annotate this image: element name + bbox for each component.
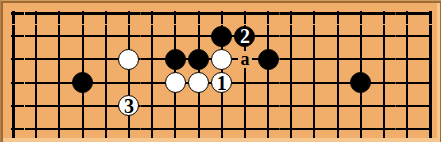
stone-move-number: 2 xyxy=(240,26,250,46)
board-point[interactable] xyxy=(303,117,326,138)
black-stone[interactable] xyxy=(188,49,209,70)
board-point[interactable] xyxy=(187,71,210,94)
board-point[interactable] xyxy=(3,71,25,94)
stone-move-number: 1 xyxy=(217,72,227,92)
board-point[interactable] xyxy=(3,94,25,117)
board-point[interactable] xyxy=(210,94,233,117)
board-point[interactable] xyxy=(3,48,25,71)
board-point[interactable] xyxy=(187,25,210,48)
board-point[interactable] xyxy=(187,117,210,138)
board-point[interactable] xyxy=(233,117,256,138)
board-point[interactable] xyxy=(25,71,48,94)
board-point[interactable] xyxy=(233,71,256,94)
board-point[interactable] xyxy=(48,94,71,117)
board-point[interactable] xyxy=(117,25,140,48)
board-point[interactable] xyxy=(303,48,326,71)
board-point[interactable] xyxy=(233,94,256,117)
board-point[interactable] xyxy=(141,71,164,94)
goban-frame-bevel: 2a13 xyxy=(3,3,440,142)
board-point[interactable] xyxy=(256,48,279,71)
black-stone[interactable] xyxy=(258,49,279,70)
board-point[interactable] xyxy=(210,25,233,48)
board-point[interactable] xyxy=(48,48,71,71)
board-point[interactable] xyxy=(419,25,437,48)
board-point[interactable] xyxy=(210,3,233,25)
board-point[interactable] xyxy=(419,3,437,25)
board-point[interactable] xyxy=(48,71,71,94)
board-point[interactable] xyxy=(372,3,395,25)
board-point[interactable] xyxy=(71,48,94,71)
board-point[interactable] xyxy=(94,94,117,117)
board-point[interactable] xyxy=(372,117,395,138)
board-point[interactable] xyxy=(164,3,187,25)
board-point[interactable] xyxy=(48,3,71,25)
board-point[interactable] xyxy=(71,25,94,48)
board-point[interactable]: 1 xyxy=(210,71,233,94)
board-point[interactable]: 2 xyxy=(233,25,256,48)
black-stone[interactable] xyxy=(350,72,371,93)
black-stone[interactable] xyxy=(165,49,186,70)
board-point[interactable]: a xyxy=(233,48,256,71)
board-point[interactable] xyxy=(141,48,164,71)
board-point[interactable] xyxy=(419,48,437,71)
board-point[interactable] xyxy=(233,3,256,25)
board-point[interactable] xyxy=(141,117,164,138)
board-point[interactable] xyxy=(396,71,419,94)
board-point[interactable] xyxy=(141,25,164,48)
board-point[interactable] xyxy=(303,3,326,25)
board-point[interactable] xyxy=(396,48,419,71)
board-point[interactable] xyxy=(25,3,48,25)
board-point[interactable] xyxy=(94,117,117,138)
board-point[interactable] xyxy=(349,3,372,25)
board-point[interactable] xyxy=(419,94,437,117)
board-point[interactable] xyxy=(141,94,164,117)
board-point[interactable] xyxy=(3,117,25,138)
board-point[interactable] xyxy=(94,25,117,48)
board-point[interactable] xyxy=(396,25,419,48)
board-point[interactable] xyxy=(372,25,395,48)
board-point[interactable] xyxy=(256,25,279,48)
board-point[interactable] xyxy=(25,48,48,71)
board-point[interactable] xyxy=(372,71,395,94)
board-point[interactable] xyxy=(326,3,349,25)
board-point[interactable] xyxy=(349,71,372,94)
board-point[interactable] xyxy=(3,25,25,48)
board-point[interactable] xyxy=(396,94,419,117)
board-point[interactable] xyxy=(71,94,94,117)
board-point[interactable] xyxy=(25,117,48,138)
board-point[interactable] xyxy=(94,48,117,71)
board-point[interactable] xyxy=(117,71,140,94)
board-point[interactable] xyxy=(326,117,349,138)
board-point[interactable] xyxy=(326,94,349,117)
board-point[interactable] xyxy=(303,71,326,94)
white-stone[interactable] xyxy=(165,72,186,93)
board-point[interactable] xyxy=(164,117,187,138)
board-point[interactable] xyxy=(303,25,326,48)
stone-move-number: 3 xyxy=(124,95,134,115)
goban-board: 2a13 xyxy=(3,3,437,138)
black-stone[interactable] xyxy=(72,72,93,93)
board-point[interactable] xyxy=(48,117,71,138)
board-point[interactable] xyxy=(326,25,349,48)
board-point[interactable] xyxy=(326,71,349,94)
board-point[interactable] xyxy=(349,94,372,117)
board-point[interactable] xyxy=(326,48,349,71)
board-point[interactable] xyxy=(396,117,419,138)
board-point[interactable] xyxy=(117,117,140,138)
board-point[interactable] xyxy=(280,71,303,94)
board-point[interactable]: 3 xyxy=(117,94,140,117)
board-point[interactable] xyxy=(303,94,326,117)
board-point[interactable] xyxy=(256,117,279,138)
board-point[interactable] xyxy=(3,3,25,25)
black-stone[interactable] xyxy=(211,26,232,47)
board-point[interactable] xyxy=(349,117,372,138)
board-point[interactable] xyxy=(71,3,94,25)
board-point[interactable] xyxy=(164,25,187,48)
board-point[interactable] xyxy=(256,3,279,25)
white-stone[interactable]: 1 xyxy=(211,72,232,93)
board-point[interactable] xyxy=(187,94,210,117)
board-point[interactable] xyxy=(187,48,210,71)
board-point[interactable] xyxy=(48,25,71,48)
board-point[interactable] xyxy=(164,48,187,71)
goban-grid: 2a13 xyxy=(3,3,437,138)
board-point[interactable] xyxy=(117,3,140,25)
board-point[interactable] xyxy=(187,3,210,25)
board-point[interactable] xyxy=(71,71,94,94)
board-point[interactable] xyxy=(210,117,233,138)
board-point[interactable] xyxy=(164,71,187,94)
board-point[interactable] xyxy=(349,48,372,71)
board-point[interactable] xyxy=(280,94,303,117)
goban-frame: 2a13 xyxy=(0,0,441,142)
point-label-a: a xyxy=(238,51,252,68)
board-point[interactable] xyxy=(419,117,437,138)
board-point[interactable] xyxy=(280,117,303,138)
board-point[interactable] xyxy=(419,71,437,94)
board-point[interactable] xyxy=(280,3,303,25)
board-point[interactable] xyxy=(117,48,140,71)
board-point[interactable] xyxy=(256,71,279,94)
board-point[interactable] xyxy=(25,94,48,117)
white-stone[interactable]: 3 xyxy=(118,95,139,116)
white-stone[interactable] xyxy=(118,49,139,70)
board-point[interactable] xyxy=(280,25,303,48)
board-point[interactable] xyxy=(396,3,419,25)
board-point[interactable] xyxy=(349,25,372,48)
board-point[interactable] xyxy=(141,3,164,25)
black-stone[interactable]: 2 xyxy=(234,26,255,47)
board-point[interactable] xyxy=(280,48,303,71)
board-point[interactable] xyxy=(94,3,117,25)
board-point[interactable] xyxy=(372,48,395,71)
board-point[interactable] xyxy=(94,71,117,94)
board-point[interactable] xyxy=(71,117,94,138)
white-stone[interactable] xyxy=(211,49,232,70)
board-point[interactable] xyxy=(164,94,187,117)
board-point[interactable] xyxy=(210,48,233,71)
white-stone[interactable] xyxy=(188,72,209,93)
board-point[interactable] xyxy=(372,94,395,117)
board-point[interactable] xyxy=(25,25,48,48)
board-point[interactable] xyxy=(256,94,279,117)
